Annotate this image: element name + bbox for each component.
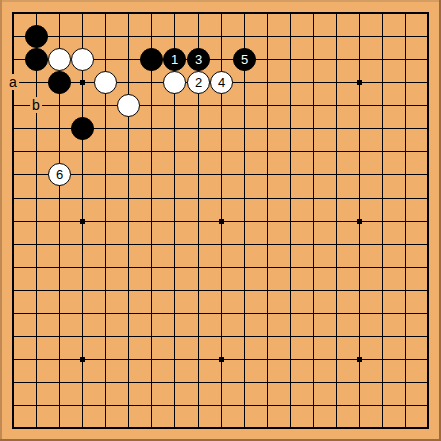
star-point — [357, 219, 362, 224]
grid-line-h-12 — [12, 290, 429, 291]
stone-black-b18 — [25, 25, 48, 48]
stone-white-e16 — [94, 71, 117, 94]
stone-black-c16 — [48, 71, 71, 94]
stone-white-c12: 6 — [48, 163, 71, 186]
stone-black-d14 — [71, 117, 94, 140]
stone-black-l17: 5 — [233, 48, 256, 71]
stone-white-f15 — [117, 94, 140, 117]
stone-black-g17 — [140, 48, 163, 71]
board-frame-top — [0, 0, 441, 2]
board-frame-left — [0, 0, 2, 441]
star-point — [219, 357, 224, 362]
label-b: b — [30, 97, 42, 113]
stone-black-b17 — [25, 48, 48, 71]
label-a: a — [7, 74, 19, 90]
grid-line-v-18 — [427, 12, 429, 429]
star-point — [357, 80, 362, 85]
stone-black-h17: 1 — [163, 48, 186, 71]
grid-line-h-13 — [12, 313, 429, 314]
stone-white-j16: 2 — [187, 71, 210, 94]
stone-white-c17 — [48, 48, 71, 71]
go-board: 135246ab — [0, 0, 441, 441]
grid-line-h-14 — [12, 336, 429, 337]
grid-line-h-11 — [12, 267, 429, 268]
grid-line-v-14 — [336, 12, 337, 429]
stone-white-d17 — [71, 48, 94, 71]
star-point — [357, 357, 362, 362]
grid-line-h-10 — [12, 244, 429, 245]
star-point — [219, 219, 224, 224]
grid-line-v-13 — [313, 12, 314, 429]
grid-line-v-12 — [290, 12, 291, 429]
stone-white-k16: 4 — [210, 71, 233, 94]
stone-white-h16 — [163, 71, 186, 94]
grid-line-h-16 — [12, 382, 429, 383]
stone-black-j17: 3 — [187, 48, 210, 71]
star-point — [80, 219, 85, 224]
grid-line-h-17 — [12, 405, 429, 406]
grid-line-v-16 — [382, 12, 383, 429]
star-point — [80, 357, 85, 362]
star-point — [80, 80, 85, 85]
grid-line-v-11 — [267, 12, 268, 429]
grid-line-v-17 — [405, 12, 406, 429]
grid-line-v-10 — [244, 12, 245, 429]
grid-line-h-18 — [12, 427, 429, 429]
